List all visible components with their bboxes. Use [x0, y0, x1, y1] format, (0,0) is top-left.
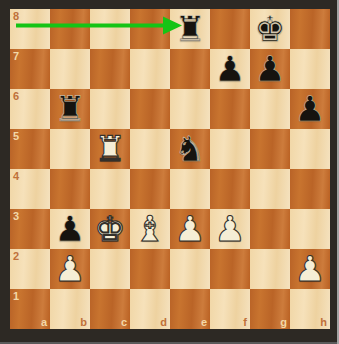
square-e3[interactable]: ♟ [170, 209, 210, 249]
square-g2[interactable] [250, 249, 290, 289]
rank-label-6: 6 [13, 90, 19, 102]
square-h3[interactable] [290, 209, 330, 249]
square-b3[interactable]: ♟ [50, 209, 90, 249]
file-label-b: b [80, 316, 87, 328]
square-d5[interactable] [130, 129, 170, 169]
square-h5[interactable] [290, 129, 330, 169]
file-label-d: d [160, 316, 167, 328]
square-b2[interactable]: ♟ [50, 249, 90, 289]
square-a1[interactable]: 1a [10, 289, 50, 329]
rank-label-3: 3 [13, 210, 19, 222]
square-f2[interactable] [210, 249, 250, 289]
piece-white-rook[interactable]: ♜ [90, 129, 130, 169]
square-b1[interactable]: b [50, 289, 90, 329]
square-e2[interactable] [170, 249, 210, 289]
square-g4[interactable] [250, 169, 290, 209]
square-d8[interactable] [130, 9, 170, 49]
square-d2[interactable] [130, 249, 170, 289]
square-d7[interactable] [130, 49, 170, 89]
square-e5[interactable]: ♞ [170, 129, 210, 169]
piece-white-pawn[interactable]: ♟ [290, 249, 330, 289]
square-f1[interactable]: f [210, 289, 250, 329]
square-a4[interactable]: 4 [10, 169, 50, 209]
square-a3[interactable]: 3 [10, 209, 50, 249]
square-f5[interactable] [210, 129, 250, 169]
square-a7[interactable]: 7 [10, 49, 50, 89]
piece-white-pawn[interactable]: ♟ [210, 209, 250, 249]
square-e1[interactable]: e [170, 289, 210, 329]
square-b8[interactable] [50, 9, 90, 49]
square-h6[interactable]: ♟ [290, 89, 330, 129]
square-f7[interactable]: ♟ [210, 49, 250, 89]
square-c3[interactable]: ♚ [90, 209, 130, 249]
file-label-g: g [280, 316, 287, 328]
square-c8[interactable] [90, 9, 130, 49]
square-c4[interactable] [90, 169, 130, 209]
square-b4[interactable] [50, 169, 90, 209]
rank-label-7: 7 [13, 50, 19, 62]
piece-black-rook[interactable]: ♜ [50, 89, 90, 129]
square-h4[interactable] [290, 169, 330, 209]
piece-black-knight[interactable]: ♞ [170, 129, 210, 169]
square-h7[interactable] [290, 49, 330, 89]
square-e6[interactable] [170, 89, 210, 129]
square-d4[interactable] [130, 169, 170, 209]
square-a2[interactable]: 2 [10, 249, 50, 289]
square-e8[interactable]: ♜ [170, 9, 210, 49]
piece-black-pawn[interactable]: ♟ [250, 49, 290, 89]
square-c1[interactable]: c [90, 289, 130, 329]
file-label-c: c [121, 316, 127, 328]
piece-black-pawn[interactable]: ♟ [290, 89, 330, 129]
piece-white-bishop[interactable]: ♝ [130, 209, 170, 249]
file-label-e: e [201, 316, 207, 328]
rank-label-1: 1 [13, 290, 19, 302]
square-e7[interactable] [170, 49, 210, 89]
square-b7[interactable] [50, 49, 90, 89]
square-g6[interactable] [250, 89, 290, 129]
chess-board: 8♜♚7♟♟6♜♟5♜♞43♟♚♝♟♟2♟♟1abcdefgh [10, 9, 330, 329]
file-label-f: f [243, 316, 247, 328]
square-d1[interactable]: d [130, 289, 170, 329]
rank-label-8: 8 [13, 10, 19, 22]
square-c5[interactable]: ♜ [90, 129, 130, 169]
chess-board-frame: 8♜♚7♟♟6♜♟5♜♞43♟♚♝♟♟2♟♟1abcdefgh [0, 0, 339, 344]
piece-black-pawn[interactable]: ♟ [210, 49, 250, 89]
piece-black-pawn[interactable]: ♟ [50, 209, 90, 249]
square-a6[interactable]: 6 [10, 89, 50, 129]
square-g1[interactable]: g [250, 289, 290, 329]
square-h8[interactable] [290, 9, 330, 49]
square-b6[interactable]: ♜ [50, 89, 90, 129]
square-a8[interactable]: 8 [10, 9, 50, 49]
square-b5[interactable] [50, 129, 90, 169]
square-g8[interactable]: ♚ [250, 9, 290, 49]
square-e4[interactable] [170, 169, 210, 209]
file-label-a: a [41, 316, 47, 328]
square-f6[interactable] [210, 89, 250, 129]
square-c6[interactable] [90, 89, 130, 129]
file-label-h: h [320, 316, 327, 328]
piece-white-king[interactable]: ♚ [90, 209, 130, 249]
square-f3[interactable]: ♟ [210, 209, 250, 249]
square-d6[interactable] [130, 89, 170, 129]
square-g3[interactable] [250, 209, 290, 249]
square-g7[interactable]: ♟ [250, 49, 290, 89]
square-h2[interactable]: ♟ [290, 249, 330, 289]
piece-black-king[interactable]: ♚ [250, 9, 290, 49]
square-h1[interactable]: h [290, 289, 330, 329]
piece-black-rook[interactable]: ♜ [170, 9, 210, 49]
rank-label-5: 5 [13, 130, 19, 142]
square-a5[interactable]: 5 [10, 129, 50, 169]
square-f4[interactable] [210, 169, 250, 209]
square-c7[interactable] [90, 49, 130, 89]
square-c2[interactable] [90, 249, 130, 289]
piece-white-pawn[interactable]: ♟ [170, 209, 210, 249]
rank-label-2: 2 [13, 250, 19, 262]
square-g5[interactable] [250, 129, 290, 169]
square-f8[interactable] [210, 9, 250, 49]
piece-white-pawn[interactable]: ♟ [50, 249, 90, 289]
square-d3[interactable]: ♝ [130, 209, 170, 249]
rank-label-4: 4 [13, 170, 19, 182]
